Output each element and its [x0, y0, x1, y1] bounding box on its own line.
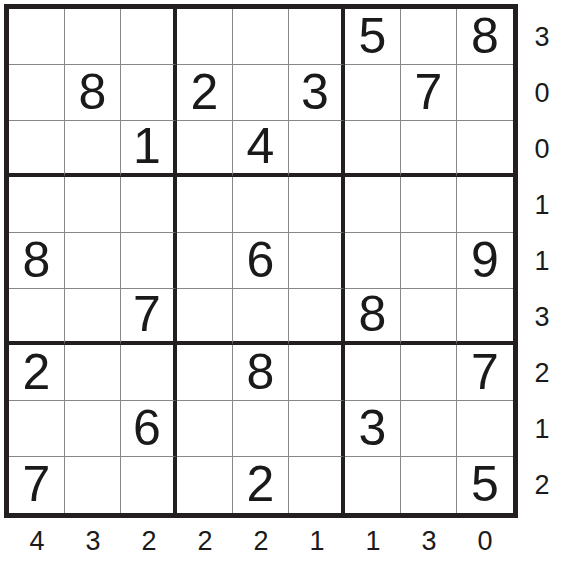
cell-r1c9[interactable]: 8	[457, 9, 513, 65]
cell-r4c6[interactable]	[289, 177, 345, 233]
cell-r5c5[interactable]: 6	[233, 233, 289, 289]
cell-r6c6[interactable]	[289, 289, 345, 345]
bottom-clue-col1: 4	[9, 519, 65, 563]
cell-r7c6[interactable]	[289, 345, 345, 401]
bottom-clue-col6: 1	[289, 519, 345, 563]
cell-r5c1[interactable]: 8	[9, 233, 65, 289]
cell-r3c6[interactable]	[289, 121, 345, 177]
cell-r8c3[interactable]: 6	[121, 401, 177, 457]
cell-r5c9[interactable]: 9	[457, 233, 513, 289]
right-clue-row6: 3	[520, 289, 564, 345]
bottom-clue-col9: 0	[457, 519, 513, 563]
cell-r1c5[interactable]	[233, 9, 289, 65]
cell-r1c1[interactable]	[9, 9, 65, 65]
cell-r1c2[interactable]	[65, 9, 121, 65]
cell-r8c1[interactable]	[9, 401, 65, 457]
bottom-clue-col4: 2	[177, 519, 233, 563]
cell-r4c7[interactable]	[345, 177, 401, 233]
right-clue-row4: 1	[520, 177, 564, 233]
cell-r3c1[interactable]	[9, 121, 65, 177]
cell-r5c2[interactable]	[65, 233, 121, 289]
right-clue-row7: 2	[520, 345, 564, 401]
cell-r7c3[interactable]	[121, 345, 177, 401]
cell-r7c7[interactable]	[345, 345, 401, 401]
cell-r8c5[interactable]	[233, 401, 289, 457]
bottom-clue-col3: 2	[121, 519, 177, 563]
cell-r3c2[interactable]	[65, 121, 121, 177]
cell-r3c9[interactable]	[457, 121, 513, 177]
cell-r1c6[interactable]	[289, 9, 345, 65]
cell-r8c9[interactable]	[457, 401, 513, 457]
cell-r9c8[interactable]	[401, 457, 457, 513]
bottom-clue-col7: 1	[345, 519, 401, 563]
cell-r3c3[interactable]: 1	[121, 121, 177, 177]
cell-r9c7[interactable]	[345, 457, 401, 513]
cell-r9c2[interactable]	[65, 457, 121, 513]
cell-r3c8[interactable]	[401, 121, 457, 177]
cell-r7c2[interactable]	[65, 345, 121, 401]
cell-r5c4[interactable]	[177, 233, 233, 289]
cell-r2c5[interactable]	[233, 65, 289, 121]
cell-r7c1[interactable]: 2	[9, 345, 65, 401]
cell-r9c3[interactable]	[121, 457, 177, 513]
cell-r2c1[interactable]	[9, 65, 65, 121]
right-clue-row8: 1	[520, 401, 564, 457]
cell-r4c5[interactable]	[233, 177, 289, 233]
cell-r9c5[interactable]: 2	[233, 457, 289, 513]
cell-r3c7[interactable]	[345, 121, 401, 177]
bottom-clue-col2: 3	[65, 519, 121, 563]
cell-r2c2[interactable]: 8	[65, 65, 121, 121]
right-clue-row3: 0	[520, 121, 564, 177]
cell-r7c8[interactable]	[401, 345, 457, 401]
cell-r4c8[interactable]	[401, 177, 457, 233]
cell-r7c5[interactable]: 8	[233, 345, 289, 401]
cell-r1c7[interactable]: 5	[345, 9, 401, 65]
right-clues-column: 300113212	[520, 9, 564, 513]
cell-r3c5[interactable]: 4	[233, 121, 289, 177]
cell-r3c4[interactable]	[177, 121, 233, 177]
cell-r6c7[interactable]: 8	[345, 289, 401, 345]
cell-r2c9[interactable]	[457, 65, 513, 121]
cell-r2c3[interactable]	[121, 65, 177, 121]
cell-r8c4[interactable]	[177, 401, 233, 457]
cell-r8c6[interactable]	[289, 401, 345, 457]
cell-r2c4[interactable]: 2	[177, 65, 233, 121]
right-clue-row9: 2	[520, 457, 564, 513]
cell-r2c8[interactable]: 7	[401, 65, 457, 121]
cell-r4c2[interactable]	[65, 177, 121, 233]
cell-r6c3[interactable]: 7	[121, 289, 177, 345]
cell-r5c6[interactable]	[289, 233, 345, 289]
cell-r6c2[interactable]	[65, 289, 121, 345]
cell-r9c1[interactable]: 7	[9, 457, 65, 513]
cell-r4c1[interactable]	[9, 177, 65, 233]
bottom-clue-col5: 2	[233, 519, 289, 563]
cell-r8c7[interactable]: 3	[345, 401, 401, 457]
cell-r2c7[interactable]	[345, 65, 401, 121]
cell-r6c9[interactable]	[457, 289, 513, 345]
cell-r8c2[interactable]	[65, 401, 121, 457]
right-clue-row2: 0	[520, 65, 564, 121]
cell-r2c6[interactable]: 3	[289, 65, 345, 121]
cell-r6c4[interactable]	[177, 289, 233, 345]
right-clue-row5: 1	[520, 233, 564, 289]
cell-r1c3[interactable]	[121, 9, 177, 65]
cell-r6c5[interactable]	[233, 289, 289, 345]
cell-r9c6[interactable]	[289, 457, 345, 513]
right-clue-row1: 3	[520, 9, 564, 65]
cell-r5c3[interactable]	[121, 233, 177, 289]
bottom-clue-col8: 3	[401, 519, 457, 563]
cell-r7c4[interactable]	[177, 345, 233, 401]
cell-r7c9[interactable]: 7	[457, 345, 513, 401]
cell-r6c8[interactable]	[401, 289, 457, 345]
cell-r8c8[interactable]	[401, 401, 457, 457]
cell-r5c8[interactable]	[401, 233, 457, 289]
cell-r4c3[interactable]	[121, 177, 177, 233]
cell-r4c9[interactable]	[457, 177, 513, 233]
cell-r9c4[interactable]	[177, 457, 233, 513]
cell-r9c9[interactable]: 5	[457, 457, 513, 513]
cell-r4c4[interactable]	[177, 177, 233, 233]
cell-r1c4[interactable]	[177, 9, 233, 65]
cell-r1c8[interactable]	[401, 9, 457, 65]
cell-r6c1[interactable]	[9, 289, 65, 345]
bottom-clues-row: 432221130	[9, 519, 513, 563]
cell-r5c7[interactable]	[345, 233, 401, 289]
sudoku-board: 588237148697828763725	[4, 4, 518, 518]
